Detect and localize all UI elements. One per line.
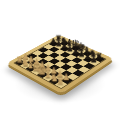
chess-board-scene: ♜♞♝♛♚♝♞♜♟♟♟♟♟♟♟♟♟♟♟♟♟♟♟♟♜♞♝♛♚♝♞♜ (6, 35, 113, 94)
piece-white-rook[interactable]: ♜ (56, 77, 64, 86)
photo-background: ♜♞♝♛♚♝♞♜♟♟♟♟♟♟♟♟♟♟♟♟♟♟♟♟♜♞♝♛♚♝♞♜ (0, 0, 120, 120)
piece-black-pawn[interactable]: ♟ (90, 56, 97, 64)
square-f6[interactable] (71, 57, 82, 63)
board-frame: ♜♞♝♛♚♝♞♜♟♟♟♟♟♟♟♟♟♟♟♟♟♟♟♟♜♞♝♛♚♝♞♜ (6, 35, 113, 94)
chess-board: ♜♞♝♛♚♝♞♜♟♟♟♟♟♟♟♟♟♟♟♟♟♟♟♟♜♞♝♛♚♝♞♜ (15, 38, 105, 88)
